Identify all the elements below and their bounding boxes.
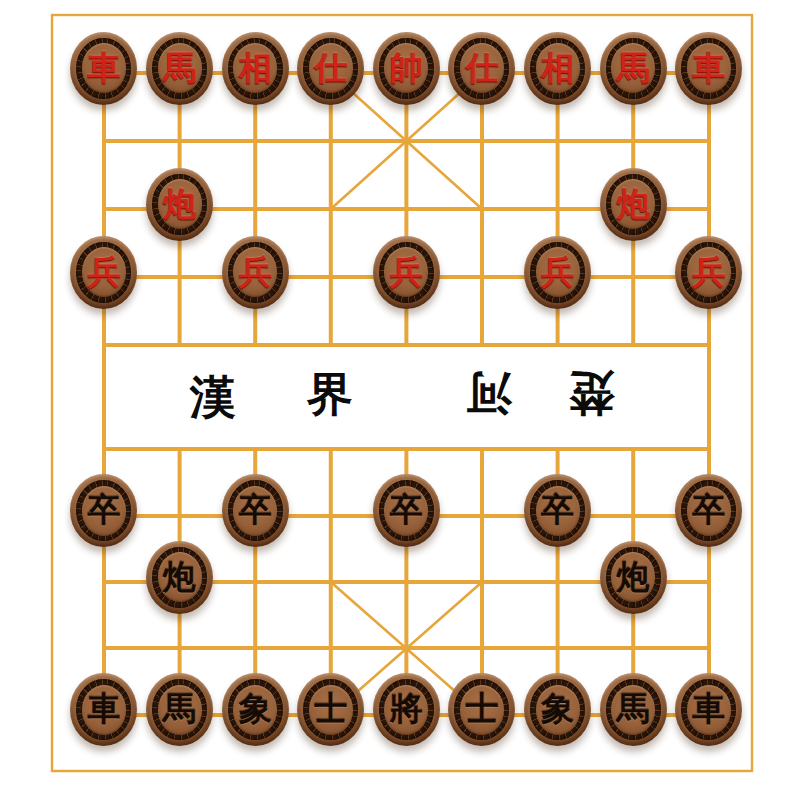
piece-black-cannon[interactable]: 炮 (146, 541, 213, 614)
piece-character: 兵 (390, 255, 423, 288)
piece-wood-face: 兵 (233, 247, 277, 297)
piece-ornate-ring: 士 (454, 679, 509, 740)
piece-ornate-ring: 兵 (228, 242, 283, 303)
piece-wood-face: 仕 (460, 43, 504, 93)
piece-red-general[interactable]: 帥 (373, 32, 440, 105)
piece-character: 象 (239, 692, 272, 725)
piece-ornate-ring: 馬 (152, 38, 207, 99)
piece-character: 馬 (163, 51, 196, 84)
piece-character: 車 (87, 692, 120, 725)
piece-character: 將 (390, 692, 423, 725)
piece-ornate-ring: 馬 (606, 679, 661, 740)
piece-red-chariot[interactable]: 車 (70, 32, 137, 105)
piece-black-soldier[interactable]: 卒 (675, 474, 742, 547)
piece-wood-face: 炮 (611, 552, 655, 602)
piece-character: 兵 (692, 255, 725, 288)
piece-red-advisor[interactable]: 仕 (297, 32, 364, 105)
piece-red-soldier[interactable]: 兵 (524, 236, 591, 309)
piece-ornate-ring: 兵 (76, 242, 131, 303)
piece-wood-face: 馬 (611, 685, 655, 735)
piece-character: 馬 (617, 51, 650, 84)
piece-ornate-ring: 兵 (530, 242, 585, 303)
piece-wood-face: 兵 (82, 247, 126, 297)
piece-character: 卒 (541, 493, 574, 526)
piece-ornate-ring: 卒 (681, 480, 736, 541)
piece-black-soldier[interactable]: 卒 (373, 474, 440, 547)
piece-black-horse[interactable]: 馬 (600, 673, 667, 746)
piece-ornate-ring: 炮 (152, 174, 207, 235)
piece-wood-face: 士 (309, 685, 353, 735)
piece-character: 仕 (314, 51, 347, 84)
piece-character: 卒 (239, 493, 272, 526)
piece-wood-face: 車 (687, 685, 731, 735)
piece-character: 車 (692, 51, 725, 84)
piece-ornate-ring: 兵 (379, 242, 434, 303)
piece-wood-face: 炮 (158, 552, 202, 602)
piece-ornate-ring: 馬 (606, 38, 661, 99)
piece-black-advisor[interactable]: 士 (297, 673, 364, 746)
piece-wood-face: 車 (82, 685, 126, 735)
piece-wood-face: 卒 (687, 486, 731, 536)
piece-ornate-ring: 卒 (76, 480, 131, 541)
piece-wood-face: 馬 (158, 685, 202, 735)
piece-red-soldier[interactable]: 兵 (675, 236, 742, 309)
piece-ornate-ring: 仕 (303, 38, 358, 99)
piece-character: 馬 (163, 692, 196, 725)
piece-ornate-ring: 士 (303, 679, 358, 740)
piece-black-soldier[interactable]: 卒 (70, 474, 137, 547)
piece-ornate-ring: 車 (681, 679, 736, 740)
piece-red-elephant[interactable]: 相 (524, 32, 591, 105)
piece-character: 士 (314, 692, 347, 725)
piece-character: 炮 (617, 187, 650, 220)
piece-red-soldier[interactable]: 兵 (373, 236, 440, 309)
piece-character: 卒 (87, 493, 120, 526)
piece-wood-face: 將 (384, 685, 428, 735)
piece-red-advisor[interactable]: 仕 (448, 32, 515, 105)
piece-character: 相 (541, 51, 574, 84)
piece-wood-face: 卒 (384, 486, 428, 536)
piece-character: 帥 (390, 51, 423, 84)
piece-wood-face: 兵 (384, 247, 428, 297)
piece-black-chariot[interactable]: 車 (70, 673, 137, 746)
piece-ornate-ring: 卒 (379, 480, 434, 541)
piece-ornate-ring: 象 (530, 679, 585, 740)
piece-wood-face: 馬 (158, 43, 202, 93)
piece-character: 象 (541, 692, 574, 725)
piece-character: 士 (465, 692, 498, 725)
piece-character: 卒 (692, 493, 725, 526)
piece-black-elephant[interactable]: 象 (222, 673, 289, 746)
piece-red-cannon[interactable]: 炮 (600, 168, 667, 241)
piece-wood-face: 兵 (687, 247, 731, 297)
piece-red-cannon[interactable]: 炮 (146, 168, 213, 241)
piece-wood-face: 卒 (536, 486, 580, 536)
piece-black-soldier[interactable]: 卒 (222, 474, 289, 547)
piece-wood-face: 卒 (233, 486, 277, 536)
piece-character: 兵 (87, 255, 120, 288)
piece-character: 車 (692, 692, 725, 725)
piece-red-soldier[interactable]: 兵 (222, 236, 289, 309)
piece-character: 相 (239, 51, 272, 84)
piece-ornate-ring: 車 (681, 38, 736, 99)
piece-ornate-ring: 仕 (454, 38, 509, 99)
piece-black-chariot[interactable]: 車 (675, 673, 742, 746)
piece-ornate-ring: 相 (530, 38, 585, 99)
piece-wood-face: 帥 (384, 43, 428, 93)
piece-wood-face: 相 (233, 43, 277, 93)
piece-wood-face: 車 (687, 43, 731, 93)
piece-wood-face: 車 (82, 43, 126, 93)
piece-wood-face: 象 (536, 685, 580, 735)
piece-ornate-ring: 馬 (152, 679, 207, 740)
piece-ornate-ring: 兵 (681, 242, 736, 303)
piece-wood-face: 卒 (82, 486, 126, 536)
piece-red-horse[interactable]: 馬 (600, 32, 667, 105)
piece-character: 炮 (617, 560, 650, 593)
piece-red-chariot[interactable]: 車 (675, 32, 742, 105)
piece-red-elephant[interactable]: 相 (222, 32, 289, 105)
piece-character: 車 (87, 51, 120, 84)
piece-wood-face: 馬 (611, 43, 655, 93)
piece-black-elephant[interactable]: 象 (524, 673, 591, 746)
piece-wood-face: 士 (460, 685, 504, 735)
piece-wood-face: 仕 (309, 43, 353, 93)
piece-red-soldier[interactable]: 兵 (70, 236, 137, 309)
piece-black-general[interactable]: 將 (373, 673, 440, 746)
piece-wood-face: 相 (536, 43, 580, 93)
piece-character: 炮 (163, 187, 196, 220)
piece-ornate-ring: 象 (228, 679, 283, 740)
piece-wood-face: 炮 (611, 179, 655, 229)
piece-black-horse[interactable]: 馬 (146, 673, 213, 746)
piece-character: 兵 (541, 255, 574, 288)
piece-character: 炮 (163, 560, 196, 593)
piece-ornate-ring: 炮 (606, 174, 661, 235)
piece-character: 卒 (390, 493, 423, 526)
piece-wood-face: 兵 (536, 247, 580, 297)
piece-ornate-ring: 帥 (379, 38, 434, 99)
piece-black-advisor[interactable]: 士 (448, 673, 515, 746)
xiangqi-board: 漢 界 河 楚 車馬相仕帥仕相馬車炮炮兵兵兵兵兵卒卒卒卒卒炮炮車馬象士將士象馬車 (0, 0, 800, 800)
piece-character: 兵 (239, 255, 272, 288)
piece-grid: 車馬相仕帥仕相馬車炮炮兵兵兵兵兵卒卒卒卒卒炮炮車馬象士將士象馬車 (66, 39, 746, 748)
piece-character: 馬 (617, 692, 650, 725)
piece-black-cannon[interactable]: 炮 (600, 541, 667, 614)
piece-red-horse[interactable]: 馬 (146, 32, 213, 105)
piece-ornate-ring: 卒 (228, 480, 283, 541)
piece-ornate-ring: 相 (228, 38, 283, 99)
piece-ornate-ring: 卒 (530, 480, 585, 541)
piece-ornate-ring: 炮 (606, 547, 661, 608)
piece-ornate-ring: 將 (379, 679, 434, 740)
piece-character: 仕 (465, 51, 498, 84)
piece-black-soldier[interactable]: 卒 (524, 474, 591, 547)
piece-wood-face: 炮 (158, 179, 202, 229)
piece-ornate-ring: 車 (76, 679, 131, 740)
piece-wood-face: 象 (233, 685, 277, 735)
piece-ornate-ring: 車 (76, 38, 131, 99)
piece-ornate-ring: 炮 (152, 547, 207, 608)
